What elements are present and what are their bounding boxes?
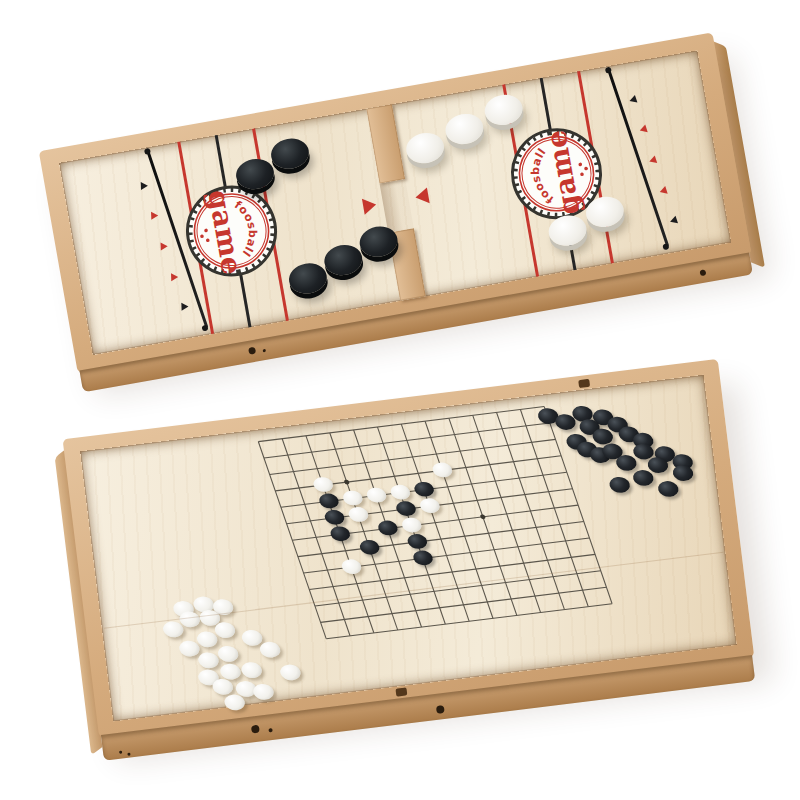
white-stone[interactable]: [211, 598, 236, 616]
frame-notch: [578, 379, 590, 388]
frame-hole: [263, 349, 266, 352]
direction-arrow-icon: [628, 95, 637, 105]
star-point: [480, 514, 486, 519]
black-puck[interactable]: [269, 136, 312, 172]
slot-arrow-icon: [414, 187, 430, 205]
black-stone[interactable]: [607, 476, 632, 494]
white-stone[interactable]: [216, 645, 241, 663]
white-puck[interactable]: [443, 111, 486, 147]
slot-arrow-icon: [362, 197, 378, 215]
frame-hole: [248, 347, 256, 355]
sling-board-surface: foosball game foosball: [59, 50, 731, 355]
star-point: [344, 480, 350, 485]
direction-arrow-icon: [181, 303, 188, 311]
black-stone[interactable]: [656, 480, 681, 498]
frame-hole: [268, 728, 272, 732]
black-puck[interactable]: [322, 242, 365, 278]
white-stones-tray: [138, 572, 365, 721]
direction-arrow-icon: [638, 125, 647, 135]
frame-hole: [699, 269, 706, 276]
cord-peg: [662, 243, 669, 250]
direction-arrow-icon: [658, 186, 667, 196]
white-stone[interactable]: [278, 663, 303, 681]
foosball-game-badge-left: foosball game: [176, 175, 287, 286]
black-puck[interactable]: [287, 260, 330, 296]
direction-arrow-icon: [151, 212, 158, 220]
product-photo-stage: foosball game foosball: [0, 0, 800, 800]
sling-puck-board: foosball game foosball: [39, 32, 755, 394]
direction-arrow-icon: [648, 155, 657, 165]
puck-slot: [380, 179, 414, 233]
frame-hole: [251, 725, 260, 734]
frame-notch: [395, 687, 407, 696]
corner-screw: [127, 753, 130, 756]
direction-arrow-icon: [669, 216, 678, 226]
cord-peg: [202, 325, 209, 332]
white-stone[interactable]: [251, 683, 276, 701]
white-puck[interactable]: [482, 92, 525, 128]
black-stones-tray: [526, 378, 760, 519]
frame-hole: [436, 705, 445, 714]
white-puck[interactable]: [404, 130, 447, 166]
corner-screw: [119, 751, 122, 754]
direction-arrow-icon: [141, 182, 148, 190]
direction-arrow-icon: [171, 273, 178, 281]
white-stone[interactable]: [239, 661, 264, 679]
white-stone[interactable]: [210, 678, 235, 696]
gomoku-board: [63, 359, 758, 763]
black-stone[interactable]: [671, 464, 696, 482]
direction-arrow-icon: [161, 242, 168, 250]
white-stone[interactable]: [258, 641, 283, 659]
